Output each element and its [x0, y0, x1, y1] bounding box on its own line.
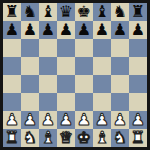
- white-king[interactable]: ♚: [77, 129, 91, 147]
- square-e6[interactable]: [75, 39, 93, 57]
- square-f2[interactable]: ♟: [93, 111, 111, 129]
- square-e2[interactable]: ♟: [75, 111, 93, 129]
- square-e4[interactable]: [75, 75, 93, 93]
- white-pawn[interactable]: ♟: [77, 111, 91, 129]
- black-pawn[interactable]: ♟: [5, 21, 19, 39]
- square-d8[interactable]: ♛: [57, 3, 75, 21]
- square-h2[interactable]: ♟: [129, 111, 147, 129]
- square-b2[interactable]: ♟: [21, 111, 39, 129]
- black-bishop[interactable]: ♝: [95, 3, 109, 21]
- white-pawn[interactable]: ♟: [5, 111, 19, 129]
- square-d4[interactable]: [57, 75, 75, 93]
- black-pawn[interactable]: ♟: [59, 21, 73, 39]
- black-knight[interactable]: ♞: [113, 3, 127, 21]
- black-king[interactable]: ♚: [77, 3, 91, 21]
- square-c2[interactable]: ♟: [39, 111, 57, 129]
- square-b5[interactable]: [21, 57, 39, 75]
- square-a4[interactable]: [3, 75, 21, 93]
- black-rook[interactable]: ♜: [5, 3, 19, 21]
- square-a7[interactable]: ♟: [3, 21, 21, 39]
- black-rook[interactable]: ♜: [131, 3, 145, 21]
- square-h3[interactable]: [129, 93, 147, 111]
- chess-board-frame: ♜♞♝♛♚♝♞♜♟♟♟♟♟♟♟♟♟♟♟♟♟♟♟♟♜♞♝♛♚♝♞♜: [0, 0, 150, 150]
- white-rook[interactable]: ♜: [5, 129, 19, 147]
- white-pawn[interactable]: ♟: [131, 111, 145, 129]
- square-a8[interactable]: ♜: [3, 3, 21, 21]
- square-d2[interactable]: ♟: [57, 111, 75, 129]
- square-d6[interactable]: [57, 39, 75, 57]
- square-h7[interactable]: ♟: [129, 21, 147, 39]
- square-h5[interactable]: [129, 57, 147, 75]
- black-pawn[interactable]: ♟: [41, 21, 55, 39]
- square-f8[interactable]: ♝: [93, 3, 111, 21]
- square-g4[interactable]: [111, 75, 129, 93]
- square-a5[interactable]: [3, 57, 21, 75]
- white-knight[interactable]: ♞: [113, 129, 127, 147]
- square-a1[interactable]: ♜: [3, 129, 21, 147]
- square-a2[interactable]: ♟: [3, 111, 21, 129]
- black-pawn[interactable]: ♟: [95, 21, 109, 39]
- square-f7[interactable]: ♟: [93, 21, 111, 39]
- square-b8[interactable]: ♞: [21, 3, 39, 21]
- square-c5[interactable]: [39, 57, 57, 75]
- square-c3[interactable]: [39, 93, 57, 111]
- white-rook[interactable]: ♜: [131, 129, 145, 147]
- square-c8[interactable]: ♝: [39, 3, 57, 21]
- white-pawn[interactable]: ♟: [23, 111, 37, 129]
- square-e1[interactable]: ♚: [75, 129, 93, 147]
- square-f1[interactable]: ♝: [93, 129, 111, 147]
- white-knight[interactable]: ♞: [23, 129, 37, 147]
- square-g5[interactable]: [111, 57, 129, 75]
- white-pawn[interactable]: ♟: [59, 111, 73, 129]
- white-pawn[interactable]: ♟: [113, 111, 127, 129]
- square-f5[interactable]: [93, 57, 111, 75]
- square-g2[interactable]: ♟: [111, 111, 129, 129]
- white-bishop[interactable]: ♝: [41, 129, 55, 147]
- square-h1[interactable]: ♜: [129, 129, 147, 147]
- chess-board: ♜♞♝♛♚♝♞♜♟♟♟♟♟♟♟♟♟♟♟♟♟♟♟♟♜♞♝♛♚♝♞♜: [3, 3, 147, 147]
- square-h4[interactable]: [129, 75, 147, 93]
- square-h6[interactable]: [129, 39, 147, 57]
- black-pawn[interactable]: ♟: [23, 21, 37, 39]
- square-d3[interactable]: [57, 93, 75, 111]
- square-a3[interactable]: [3, 93, 21, 111]
- black-pawn[interactable]: ♟: [77, 21, 91, 39]
- black-queen[interactable]: ♛: [59, 3, 73, 21]
- square-a6[interactable]: [3, 39, 21, 57]
- square-e8[interactable]: ♚: [75, 3, 93, 21]
- square-f6[interactable]: [93, 39, 111, 57]
- white-bishop[interactable]: ♝: [95, 129, 109, 147]
- white-pawn[interactable]: ♟: [95, 111, 109, 129]
- square-f4[interactable]: [93, 75, 111, 93]
- square-g3[interactable]: [111, 93, 129, 111]
- white-pawn[interactable]: ♟: [41, 111, 55, 129]
- square-b4[interactable]: [21, 75, 39, 93]
- black-bishop[interactable]: ♝: [41, 3, 55, 21]
- square-g8[interactable]: ♞: [111, 3, 129, 21]
- square-d5[interactable]: [57, 57, 75, 75]
- square-g7[interactable]: ♟: [111, 21, 129, 39]
- black-pawn[interactable]: ♟: [113, 21, 127, 39]
- square-d1[interactable]: ♛: [57, 129, 75, 147]
- square-h8[interactable]: ♜: [129, 3, 147, 21]
- square-e3[interactable]: [75, 93, 93, 111]
- square-g1[interactable]: ♞: [111, 129, 129, 147]
- black-pawn[interactable]: ♟: [131, 21, 145, 39]
- square-g6[interactable]: [111, 39, 129, 57]
- square-f3[interactable]: [93, 93, 111, 111]
- black-knight[interactable]: ♞: [23, 3, 37, 21]
- square-c4[interactable]: [39, 75, 57, 93]
- square-b6[interactable]: [21, 39, 39, 57]
- square-e5[interactable]: [75, 57, 93, 75]
- square-c7[interactable]: ♟: [39, 21, 57, 39]
- square-c1[interactable]: ♝: [39, 129, 57, 147]
- square-b7[interactable]: ♟: [21, 21, 39, 39]
- square-e7[interactable]: ♟: [75, 21, 93, 39]
- square-d7[interactable]: ♟: [57, 21, 75, 39]
- square-c6[interactable]: [39, 39, 57, 57]
- square-b1[interactable]: ♞: [21, 129, 39, 147]
- square-b3[interactable]: [21, 93, 39, 111]
- white-queen[interactable]: ♛: [59, 129, 73, 147]
